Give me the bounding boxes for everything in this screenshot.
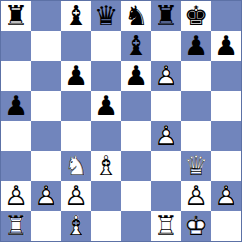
square-h2[interactable]: ♟♙: [211, 181, 241, 211]
piece-white-pawn: ♟♙: [1, 181, 31, 211]
square-h7[interactable]: ♟: [211, 31, 241, 61]
square-g4[interactable]: [181, 121, 211, 151]
square-d4[interactable]: [91, 121, 121, 151]
square-b4[interactable]: [31, 121, 61, 151]
piece-black-bishop: ♝: [121, 31, 151, 61]
piece-white-rook: ♜♖: [151, 211, 181, 241]
square-f6[interactable]: ♟♙: [151, 61, 181, 91]
black-piece-glyph: ♝: [121, 31, 151, 61]
square-b6[interactable]: [31, 61, 61, 91]
piece-black-pawn: ♟: [211, 31, 241, 61]
square-b3[interactable]: [31, 151, 61, 181]
piece-black-pawn: ♟: [181, 31, 211, 61]
square-b8[interactable]: [31, 1, 61, 31]
white-piece-outline: ♘: [61, 151, 91, 181]
square-b5[interactable]: [31, 91, 61, 121]
square-b7[interactable]: [31, 31, 61, 61]
square-h6[interactable]: [211, 61, 241, 91]
piece-black-pawn: ♟: [91, 91, 121, 121]
black-piece-glyph: ♞: [121, 1, 151, 31]
black-piece-glyph: ♟: [61, 61, 91, 91]
chess-board: ♜♝♛♞♜♚♝♟♟♟♟♟♙♟♟♟♙♞♘♝♗♛♕♟♙♟♙♟♙♟♙♟♙♜♖♝♗♜♖♚…: [0, 0, 242, 242]
square-a6[interactable]: [1, 61, 31, 91]
square-d5[interactable]: ♟: [91, 91, 121, 121]
square-e1[interactable]: [121, 211, 151, 241]
piece-white-pawn: ♟♙: [151, 61, 181, 91]
piece-black-queen: ♛: [91, 1, 121, 31]
piece-white-pawn: ♟♙: [181, 181, 211, 211]
piece-white-pawn: ♟♙: [151, 121, 181, 151]
white-piece-outline: ♖: [1, 211, 31, 241]
square-g3[interactable]: ♛♕: [181, 151, 211, 181]
white-piece-outline: ♙: [1, 181, 31, 211]
square-g1[interactable]: ♚♔: [181, 211, 211, 241]
white-piece-outline: ♙: [61, 181, 91, 211]
white-piece-outline: ♙: [151, 121, 181, 151]
white-piece-outline: ♙: [151, 61, 181, 91]
square-h3[interactable]: [211, 151, 241, 181]
square-c4[interactable]: [61, 121, 91, 151]
square-b1[interactable]: [31, 211, 61, 241]
white-piece-outline: ♗: [61, 211, 91, 241]
square-c3[interactable]: ♞♘: [61, 151, 91, 181]
piece-white-pawn: ♟♙: [211, 181, 241, 211]
piece-black-pawn: ♟: [121, 61, 151, 91]
piece-white-knight: ♞♘: [61, 151, 91, 181]
black-piece-glyph: ♜: [151, 1, 181, 31]
square-g6[interactable]: [181, 61, 211, 91]
square-a4[interactable]: [1, 121, 31, 151]
piece-white-pawn: ♟♙: [31, 181, 61, 211]
square-e7[interactable]: ♝: [121, 31, 151, 61]
square-d1[interactable]: [91, 211, 121, 241]
black-piece-glyph: ♜: [1, 1, 31, 31]
piece-white-bishop: ♝♗: [61, 211, 91, 241]
square-f4[interactable]: ♟♙: [151, 121, 181, 151]
square-h1[interactable]: [211, 211, 241, 241]
square-f7[interactable]: [151, 31, 181, 61]
square-c1[interactable]: ♝♗: [61, 211, 91, 241]
square-f1[interactable]: ♜♖: [151, 211, 181, 241]
square-e2[interactable]: [121, 181, 151, 211]
piece-black-rook: ♜: [1, 1, 31, 31]
piece-black-king: ♚: [181, 1, 211, 31]
black-piece-glyph: ♟: [121, 61, 151, 91]
square-d7[interactable]: [91, 31, 121, 61]
square-c5[interactable]: [61, 91, 91, 121]
square-e3[interactable]: [121, 151, 151, 181]
white-piece-outline: ♕: [181, 151, 211, 181]
square-e5[interactable]: [121, 91, 151, 121]
black-piece-glyph: ♟: [181, 31, 211, 61]
square-h4[interactable]: [211, 121, 241, 151]
black-piece-glyph: ♝: [61, 1, 91, 31]
piece-black-pawn: ♟: [1, 91, 31, 121]
black-piece-glyph: ♟: [211, 31, 241, 61]
square-e6[interactable]: ♟: [121, 61, 151, 91]
square-c2[interactable]: ♟♙: [61, 181, 91, 211]
piece-white-queen: ♛♕: [181, 151, 211, 181]
square-a2[interactable]: ♟♙: [1, 181, 31, 211]
square-a7[interactable]: [1, 31, 31, 61]
square-d6[interactable]: [91, 61, 121, 91]
white-piece-outline: ♙: [211, 181, 241, 211]
piece-black-rook: ♜: [151, 1, 181, 31]
piece-white-king: ♚♔: [181, 211, 211, 241]
black-piece-glyph: ♚: [181, 1, 211, 31]
square-c8[interactable]: ♝: [61, 1, 91, 31]
square-f3[interactable]: [151, 151, 181, 181]
piece-black-knight: ♞: [121, 1, 151, 31]
square-h5[interactable]: [211, 91, 241, 121]
square-c6[interactable]: ♟: [61, 61, 91, 91]
square-g5[interactable]: [181, 91, 211, 121]
square-h8[interactable]: [211, 1, 241, 31]
black-piece-glyph: ♟: [91, 91, 121, 121]
piece-white-bishop: ♝♗: [91, 151, 121, 181]
square-f8[interactable]: ♜: [151, 1, 181, 31]
black-piece-glyph: ♛: [91, 1, 121, 31]
square-g7[interactable]: ♟: [181, 31, 211, 61]
square-a5[interactable]: ♟: [1, 91, 31, 121]
square-a8[interactable]: ♜: [1, 1, 31, 31]
square-c7[interactable]: [61, 31, 91, 61]
piece-black-bishop: ♝: [61, 1, 91, 31]
square-e8[interactable]: ♞: [121, 1, 151, 31]
piece-white-rook: ♜♖: [1, 211, 31, 241]
square-g8[interactable]: ♚: [181, 1, 211, 31]
square-d3[interactable]: ♝♗: [91, 151, 121, 181]
square-d2[interactable]: [91, 181, 121, 211]
piece-black-pawn: ♟: [61, 61, 91, 91]
square-f5[interactable]: [151, 91, 181, 121]
square-b2[interactable]: ♟♙: [31, 181, 61, 211]
white-piece-outline: ♙: [31, 181, 61, 211]
black-piece-glyph: ♟: [1, 91, 31, 121]
white-piece-outline: ♗: [91, 151, 121, 181]
square-f2[interactable]: [151, 181, 181, 211]
square-d8[interactable]: ♛: [91, 1, 121, 31]
square-g2[interactable]: ♟♙: [181, 181, 211, 211]
white-piece-outline: ♙: [181, 181, 211, 211]
white-piece-outline: ♖: [151, 211, 181, 241]
square-e4[interactable]: [121, 121, 151, 151]
piece-white-pawn: ♟♙: [61, 181, 91, 211]
square-a1[interactable]: ♜♖: [1, 211, 31, 241]
white-piece-outline: ♔: [181, 211, 211, 241]
square-a3[interactable]: [1, 151, 31, 181]
